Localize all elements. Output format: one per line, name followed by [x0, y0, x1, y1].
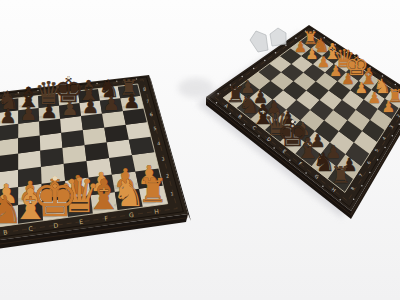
king-finial	[291, 120, 294, 123]
frame-inlay-dot	[253, 68, 255, 70]
frame-inlay-dot	[285, 45, 287, 47]
piece-black-p-g7: ♟	[103, 92, 120, 115]
square-g4	[107, 140, 132, 158]
frame-inlay-dot	[369, 172, 371, 174]
square-e4	[62, 145, 86, 164]
frame-inlay-dot	[258, 135, 260, 137]
piece-black-p-d7: ♟	[41, 100, 58, 123]
piece-black-r-h8: ♜	[331, 162, 351, 188]
frame-inlay-dot	[353, 199, 355, 201]
square-h4	[129, 137, 155, 155]
frame-inlay-dot	[273, 147, 275, 149]
frame-inlay-dot	[392, 135, 394, 137]
piece-black-p-f7: ♟	[82, 95, 99, 118]
piece-black-p-e7: ♟	[61, 97, 78, 120]
piece-white-p-g2: ♟	[368, 89, 382, 107]
square-f5	[83, 128, 107, 146]
frame-inlay-dot	[289, 160, 291, 162]
frame-inlay-dot	[361, 185, 363, 187]
cast-shadow-patch	[178, 78, 214, 98]
piece-black-p-h7: ♟	[123, 90, 140, 113]
square-d5	[40, 133, 63, 151]
piece-white-p-e2: ♟	[342, 70, 355, 87]
frame-inlay-dot	[244, 124, 246, 126]
king-finial	[355, 55, 358, 58]
king-finial	[53, 176, 58, 181]
frame-inlay-dot	[339, 199, 341, 201]
frame-inlay-dot	[377, 159, 379, 161]
square-g5	[104, 125, 129, 143]
frame-inlay-dot	[322, 185, 324, 187]
king-finial	[67, 76, 70, 79]
frame-inlay-dot	[305, 172, 307, 174]
square-c5	[18, 136, 40, 154]
piece-white-p-h2: ♟	[382, 98, 396, 116]
frame-inlay-dot	[384, 147, 386, 149]
square-b5	[0, 138, 18, 156]
square-b4	[0, 153, 18, 172]
piece-black-p-b7: ♟	[0, 105, 17, 128]
frame-inlay-dot	[217, 93, 219, 95]
chess-sets-product-photo: ABCDEFGH12345678♜♞♝♚♛♝♟♞♟♜♟♟♟♟♟♟♟♟♟♟♟♟♜♟…	[0, 0, 400, 300]
piece-white-p-f2: ♟	[354, 79, 367, 97]
frame-inlay-dot	[275, 52, 277, 54]
piece-black-p-c7: ♟	[20, 102, 37, 125]
piece-white-p-d2: ♟	[329, 62, 342, 79]
photo-backdrop: ABCDEFGH12345678♜♞♝♚♛♝♟♞♟♜♟♟♟♟♟♟♟♟♟♟♟♟♜♟…	[0, 0, 400, 300]
piece-white-n-b1: ♞	[0, 188, 23, 232]
square-e5	[61, 130, 84, 148]
square-f4	[85, 142, 110, 161]
frame-inlay-dot	[216, 102, 218, 104]
frame-inlay-dot	[229, 113, 231, 115]
frame-inlay-dot	[264, 60, 266, 62]
square-h5	[126, 122, 151, 139]
square-d4	[40, 148, 63, 167]
